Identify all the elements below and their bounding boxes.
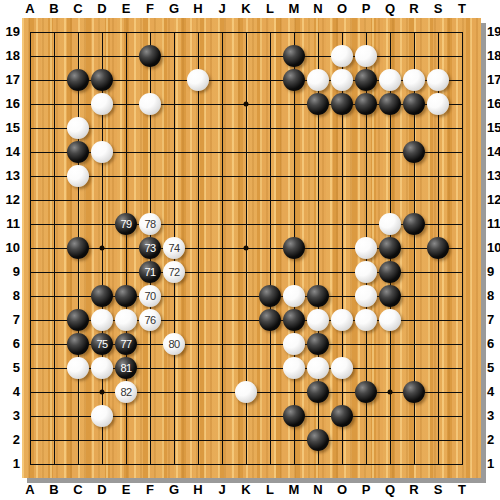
coord-label: 8	[487, 288, 494, 304]
stone-e8[interactable]	[115, 285, 137, 307]
move-number-label: 80	[168, 339, 179, 350]
coord-label: 6	[487, 336, 494, 352]
coord-label: L	[266, 482, 274, 498]
stone-c10[interactable]	[67, 237, 89, 259]
coord-label: 15	[487, 120, 500, 136]
stone-r14[interactable]	[403, 141, 425, 163]
coord-label: 15	[0, 120, 20, 136]
stone-o17[interactable]	[331, 69, 353, 91]
coord-label: F	[146, 1, 154, 17]
stone-f9[interactable]: 71	[139, 261, 161, 283]
stone-m5[interactable]	[283, 357, 305, 379]
coord-label: J	[218, 1, 225, 17]
grid-line-vertical	[270, 32, 271, 465]
coord-label: B	[49, 1, 58, 17]
coord-label: 13	[487, 168, 500, 184]
stone-f8[interactable]: 70	[139, 285, 161, 307]
stone-m10[interactable]	[283, 237, 305, 259]
stone-m17[interactable]	[283, 69, 305, 91]
stone-r11[interactable]	[403, 213, 425, 235]
move-number-label: 81	[120, 363, 131, 374]
coord-label: H	[193, 1, 202, 17]
stone-s16[interactable]	[427, 93, 449, 115]
stone-c17[interactable]	[67, 69, 89, 91]
stone-r16[interactable]	[403, 93, 425, 115]
stone-f10[interactable]: 73	[139, 237, 161, 259]
stone-r17[interactable]	[403, 69, 425, 91]
grid-line-vertical	[462, 32, 463, 465]
coord-label: N	[313, 1, 322, 17]
coord-label: G	[169, 482, 179, 498]
coord-label: 14	[487, 144, 500, 160]
coord-label: 3	[487, 408, 494, 424]
coord-label: M	[289, 1, 300, 17]
stone-m3[interactable]	[283, 405, 305, 427]
coord-label: Q	[385, 1, 395, 17]
star-point-k10	[244, 246, 249, 251]
stone-n17[interactable]	[307, 69, 329, 91]
coord-label: E	[122, 482, 131, 498]
coord-label: S	[434, 1, 443, 17]
stone-q10[interactable]	[379, 237, 401, 259]
coord-label: C	[73, 1, 82, 17]
coord-label: K	[241, 482, 250, 498]
stone-n2[interactable]	[307, 429, 329, 451]
coord-label: D	[97, 1, 106, 17]
stone-m6[interactable]	[283, 333, 305, 355]
stone-m18[interactable]	[283, 45, 305, 67]
stone-f7[interactable]: 76	[139, 309, 161, 331]
coord-label: 1	[0, 456, 20, 472]
stone-h17[interactable]	[187, 69, 209, 91]
coord-label: 8	[0, 288, 20, 304]
stone-m7[interactable]	[283, 309, 305, 331]
coord-label: 18	[487, 48, 500, 64]
coord-label: A	[25, 1, 34, 17]
coord-label: 1	[487, 456, 494, 472]
stone-p4[interactable]	[355, 381, 377, 403]
coord-label: 14	[0, 144, 20, 160]
stone-c14[interactable]	[67, 141, 89, 163]
stone-n6[interactable]	[307, 333, 329, 355]
coord-label: A	[25, 482, 34, 498]
stone-m8[interactable]	[283, 285, 305, 307]
coord-label: F	[146, 482, 154, 498]
coord-label: N	[313, 482, 322, 498]
coord-label: 17	[0, 72, 20, 88]
move-number-label: 74	[168, 243, 179, 254]
coord-label: Q	[385, 482, 395, 498]
stone-q8[interactable]	[379, 285, 401, 307]
move-number-label: 78	[144, 219, 155, 230]
coord-label: 13	[0, 168, 20, 184]
stone-o7[interactable]	[331, 309, 353, 331]
coord-label: 7	[0, 312, 20, 328]
coord-label: S	[434, 482, 443, 498]
coord-label: 4	[0, 384, 20, 400]
move-number-label: 76	[144, 315, 155, 326]
stone-l8[interactable]	[259, 285, 281, 307]
coord-label: 7	[487, 312, 494, 328]
move-number-label: 79	[120, 219, 131, 230]
stone-e7[interactable]	[115, 309, 137, 331]
stone-e5[interactable]: 81	[115, 357, 137, 379]
coord-label: R	[409, 482, 418, 498]
coord-label: O	[337, 1, 347, 17]
star-point-k16	[244, 102, 249, 107]
coord-label: 9	[487, 264, 494, 280]
coord-label: B	[49, 482, 58, 498]
stone-d3[interactable]	[91, 405, 113, 427]
stone-c7[interactable]	[67, 309, 89, 331]
stone-p8[interactable]	[355, 285, 377, 307]
coord-label: J	[218, 482, 225, 498]
coord-label: K	[241, 1, 250, 17]
coord-label: C	[73, 482, 82, 498]
coord-label: 4	[487, 384, 494, 400]
coord-label: 17	[487, 72, 500, 88]
coord-label: T	[458, 482, 466, 498]
move-number-label: 82	[120, 387, 131, 398]
coord-label: 5	[487, 360, 494, 376]
stone-c6[interactable]	[67, 333, 89, 355]
stone-f11[interactable]: 78	[139, 213, 161, 235]
stone-c13[interactable]	[67, 165, 89, 187]
stone-n5[interactable]	[307, 357, 329, 379]
star-point-d10	[100, 246, 105, 251]
stone-p17[interactable]	[355, 69, 377, 91]
stone-n16[interactable]	[307, 93, 329, 115]
coord-label: 16	[0, 96, 20, 112]
stone-e11[interactable]: 79	[115, 213, 137, 235]
move-number-label: 73	[144, 243, 155, 254]
stone-d17[interactable]	[91, 69, 113, 91]
stone-g6[interactable]: 80	[163, 333, 185, 355]
coord-label: 19	[0, 24, 20, 40]
coord-label: 12	[487, 192, 500, 208]
stone-k4[interactable]	[235, 381, 257, 403]
stone-c5[interactable]	[67, 357, 89, 379]
stone-f18[interactable]	[139, 45, 161, 67]
stone-d14[interactable]	[91, 141, 113, 163]
coord-label: E	[122, 1, 131, 17]
coord-label: 5	[0, 360, 20, 376]
move-number-label: 77	[120, 339, 131, 350]
stone-s17[interactable]	[427, 69, 449, 91]
stone-o18[interactable]	[331, 45, 353, 67]
stone-d7[interactable]	[91, 309, 113, 331]
stone-o5[interactable]	[331, 357, 353, 379]
coord-label: 11	[0, 216, 20, 232]
star-point-d4	[100, 390, 105, 395]
coord-label: O	[337, 482, 347, 498]
stone-s10[interactable]	[427, 237, 449, 259]
stone-d5[interactable]	[91, 357, 113, 379]
coord-label: P	[362, 482, 371, 498]
go-app-screen: ABCDEFGHJKLMNOPQRST ABCDEFGHJKLMNOPQRST …	[0, 0, 500, 500]
stone-o16[interactable]	[331, 93, 353, 115]
stone-q7[interactable]	[379, 309, 401, 331]
coord-label: L	[266, 1, 274, 17]
stone-n8[interactable]	[307, 285, 329, 307]
coord-label: H	[193, 482, 202, 498]
coord-label: 6	[0, 336, 20, 352]
coord-label: 18	[0, 48, 20, 64]
stone-g9[interactable]: 72	[163, 261, 185, 283]
star-point-q4	[388, 390, 393, 395]
stone-f16[interactable]	[139, 93, 161, 115]
stone-q11[interactable]	[379, 213, 401, 235]
coord-label: R	[409, 1, 418, 17]
coord-label: 2	[487, 432, 494, 448]
coord-label: 16	[487, 96, 500, 112]
coord-label: G	[169, 1, 179, 17]
stone-d8[interactable]	[91, 285, 113, 307]
stone-d6[interactable]: 75	[91, 333, 113, 355]
stone-g10[interactable]: 74	[163, 237, 185, 259]
stone-c15[interactable]	[67, 117, 89, 139]
stone-e4[interactable]: 82	[115, 381, 137, 403]
stone-d16[interactable]	[91, 93, 113, 115]
coord-label: 9	[0, 264, 20, 280]
stone-p18[interactable]	[355, 45, 377, 67]
stone-p9[interactable]	[355, 261, 377, 283]
stone-q16[interactable]	[379, 93, 401, 115]
stone-q9[interactable]	[379, 261, 401, 283]
stone-n7[interactable]	[307, 309, 329, 331]
move-number-label: 75	[96, 339, 107, 350]
stone-p16[interactable]	[355, 93, 377, 115]
move-number-label: 71	[144, 267, 155, 278]
coord-label: 10	[487, 240, 500, 256]
coord-label: 3	[0, 408, 20, 424]
go-board[interactable]: 79787374717270767577808182	[22, 18, 481, 478]
stone-p10[interactable]	[355, 237, 377, 259]
coord-label: 12	[0, 192, 20, 208]
stone-p7[interactable]	[355, 309, 377, 331]
stone-l7[interactable]	[259, 309, 281, 331]
stone-o3[interactable]	[331, 405, 353, 427]
coord-label: 19	[487, 24, 500, 40]
stone-q17[interactable]	[379, 69, 401, 91]
stone-e6[interactable]: 77	[115, 333, 137, 355]
stone-r4[interactable]	[403, 381, 425, 403]
move-number-label: 70	[144, 291, 155, 302]
coord-label: 2	[0, 432, 20, 448]
move-number-label: 72	[168, 267, 179, 278]
coord-label: M	[289, 482, 300, 498]
coord-label: 11	[487, 216, 500, 232]
stone-n4[interactable]	[307, 381, 329, 403]
coord-label: 10	[0, 240, 20, 256]
coord-label: D	[97, 482, 106, 498]
grid-line-horizontal	[30, 440, 463, 441]
coord-label: T	[458, 1, 466, 17]
grid-line-horizontal	[30, 464, 463, 465]
coord-label: P	[362, 1, 371, 17]
